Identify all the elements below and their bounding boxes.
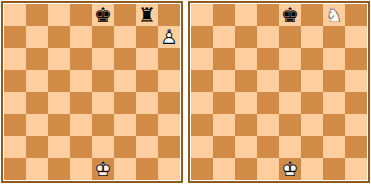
square-c4	[235, 92, 257, 114]
square-e6	[92, 48, 114, 70]
square-g3	[323, 114, 345, 136]
square-c2	[48, 136, 70, 158]
square-c8	[48, 4, 70, 26]
square-g6	[136, 48, 158, 70]
square-b1	[213, 158, 235, 180]
square-e6	[279, 48, 301, 70]
square-h6	[345, 48, 367, 70]
square-c6	[235, 48, 257, 70]
piece-black-king-e8: ♚	[279, 4, 301, 26]
square-c1	[48, 158, 70, 180]
square-a7	[191, 26, 213, 48]
square-d4	[257, 92, 279, 114]
square-b3	[26, 114, 48, 136]
square-e8: ♚	[279, 4, 301, 26]
square-h7	[345, 26, 367, 48]
chess-board-left: ♚♜♟♙♚♔	[0, 0, 184, 184]
square-f3	[301, 114, 323, 136]
square-h2	[345, 136, 367, 158]
square-d1	[70, 158, 92, 180]
square-a6	[4, 48, 26, 70]
square-c3	[48, 114, 70, 136]
square-g7	[323, 26, 345, 48]
square-c5	[235, 70, 257, 92]
square-d3	[70, 114, 92, 136]
square-c8	[235, 4, 257, 26]
square-d2	[257, 136, 279, 158]
board-grid-left: ♚♜♟♙♚♔	[4, 4, 180, 180]
square-b4	[213, 92, 235, 114]
square-e5	[92, 70, 114, 92]
square-h1	[345, 158, 367, 180]
square-e4	[279, 92, 301, 114]
square-a2	[191, 136, 213, 158]
square-a4	[191, 92, 213, 114]
square-g5	[136, 70, 158, 92]
square-e2	[279, 136, 301, 158]
square-b4	[26, 92, 48, 114]
square-d8	[257, 4, 279, 26]
square-h5	[158, 70, 180, 92]
square-f2	[301, 136, 323, 158]
chess-board-right: ♚♞♘♚♔	[187, 0, 371, 184]
square-e5	[279, 70, 301, 92]
square-h7: ♟♙	[158, 26, 180, 48]
square-g8: ♞♘	[323, 4, 345, 26]
square-d6	[70, 48, 92, 70]
square-h3	[158, 114, 180, 136]
square-e1: ♚♔	[279, 158, 301, 180]
piece-white-king-e1: ♚♔	[279, 158, 301, 180]
square-g8: ♜	[136, 4, 158, 26]
square-b5	[26, 70, 48, 92]
square-a7	[4, 26, 26, 48]
square-d6	[257, 48, 279, 70]
square-h3	[345, 114, 367, 136]
square-h5	[345, 70, 367, 92]
square-c6	[48, 48, 70, 70]
square-d1	[257, 158, 279, 180]
square-a5	[191, 70, 213, 92]
square-b5	[213, 70, 235, 92]
square-g7	[136, 26, 158, 48]
square-g3	[136, 114, 158, 136]
square-f2	[114, 136, 136, 158]
square-g4	[323, 92, 345, 114]
square-g1	[136, 158, 158, 180]
square-e8: ♚	[92, 4, 114, 26]
piece-white-pawn-h7: ♟♙	[158, 26, 180, 48]
square-b7	[213, 26, 235, 48]
chess-diagrams: ♚♜♟♙♚♔ ♚♞♘♚♔	[0, 0, 371, 184]
board-grid-right: ♚♞♘♚♔	[191, 4, 367, 180]
square-f1	[114, 158, 136, 180]
square-d3	[257, 114, 279, 136]
square-f5	[301, 70, 323, 92]
square-a6	[191, 48, 213, 70]
square-h6	[158, 48, 180, 70]
square-b7	[26, 26, 48, 48]
square-d5	[70, 70, 92, 92]
square-d5	[257, 70, 279, 92]
square-a3	[4, 114, 26, 136]
square-a8	[191, 4, 213, 26]
square-h2	[158, 136, 180, 158]
square-e7	[279, 26, 301, 48]
square-h4	[158, 92, 180, 114]
board-border-right: ♚♞♘♚♔	[188, 1, 370, 183]
square-h4	[345, 92, 367, 114]
square-b1	[26, 158, 48, 180]
square-b6	[213, 48, 235, 70]
square-g5	[323, 70, 345, 92]
square-g1	[323, 158, 345, 180]
square-e3	[279, 114, 301, 136]
square-f5	[114, 70, 136, 92]
square-e1: ♚♔	[92, 158, 114, 180]
square-a1	[191, 158, 213, 180]
square-g6	[323, 48, 345, 70]
square-c5	[48, 70, 70, 92]
square-g2	[136, 136, 158, 158]
square-c4	[48, 92, 70, 114]
square-f1	[301, 158, 323, 180]
square-e3	[92, 114, 114, 136]
square-b6	[26, 48, 48, 70]
square-b8	[213, 4, 235, 26]
square-a5	[4, 70, 26, 92]
square-d2	[70, 136, 92, 158]
square-b2	[26, 136, 48, 158]
square-c3	[235, 114, 257, 136]
square-e7	[92, 26, 114, 48]
square-b8	[26, 4, 48, 26]
square-f6	[301, 48, 323, 70]
square-d8	[70, 4, 92, 26]
square-d4	[70, 92, 92, 114]
square-b3	[213, 114, 235, 136]
square-a3	[191, 114, 213, 136]
square-c7	[235, 26, 257, 48]
square-e4	[92, 92, 114, 114]
square-h8	[158, 4, 180, 26]
square-f4	[114, 92, 136, 114]
square-f7	[114, 26, 136, 48]
square-b2	[213, 136, 235, 158]
square-f7	[301, 26, 323, 48]
piece-white-knight-g8: ♞♘	[323, 4, 345, 26]
square-h1	[158, 158, 180, 180]
square-f8	[301, 4, 323, 26]
piece-white-king-e1: ♚♔	[92, 158, 114, 180]
square-d7	[70, 26, 92, 48]
square-a4	[4, 92, 26, 114]
square-c2	[235, 136, 257, 158]
square-c7	[48, 26, 70, 48]
square-g2	[323, 136, 345, 158]
board-border-left: ♚♜♟♙♚♔	[1, 1, 183, 183]
square-h8	[345, 4, 367, 26]
square-c1	[235, 158, 257, 180]
square-a1	[4, 158, 26, 180]
square-e2	[92, 136, 114, 158]
square-f3	[114, 114, 136, 136]
square-a2	[4, 136, 26, 158]
square-g4	[136, 92, 158, 114]
square-f4	[301, 92, 323, 114]
square-f6	[114, 48, 136, 70]
square-f8	[114, 4, 136, 26]
piece-black-king-e8: ♚	[92, 4, 114, 26]
square-d7	[257, 26, 279, 48]
square-a8	[4, 4, 26, 26]
piece-black-rook-g8: ♜	[136, 4, 158, 26]
